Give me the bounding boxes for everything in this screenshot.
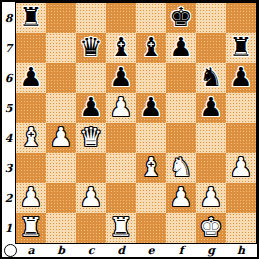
piece-white-pawn-g2: ♟ [196,183,226,213]
square-c7[interactable]: ♛ [76,33,106,63]
file-label-c: c [76,244,106,257]
piece-white-pawn-c2: ♟ [76,183,106,213]
white-to-move-indicator [4,244,17,257]
square-f6[interactable] [166,63,196,93]
rank-labels: 87654321 [2,3,15,243]
square-g3[interactable] [196,153,226,183]
piece-black-queen-c7: ♛ [76,33,106,63]
square-c8[interactable] [76,3,106,33]
file-label-b: b [46,244,76,257]
piece-white-knight-f3: ♞ [166,153,196,183]
square-d8[interactable] [106,3,136,33]
square-f2[interactable]: ♟ [166,183,196,213]
rank-label-4: 4 [2,123,15,153]
square-g8[interactable] [196,3,226,33]
square-d6[interactable]: ♟ [106,63,136,93]
square-f4[interactable] [166,123,196,153]
square-h3[interactable]: ♟ [226,153,256,183]
square-c4[interactable]: ♛ [76,123,106,153]
square-f3[interactable]: ♞ [166,153,196,183]
piece-black-pawn-h6: ♟ [226,63,256,93]
piece-black-rook-h7: ♜ [226,33,256,63]
square-e1[interactable] [136,213,166,243]
square-b4[interactable]: ♟ [46,123,76,153]
square-h1[interactable] [226,213,256,243]
file-label-a: a [16,244,46,257]
square-b1[interactable] [46,213,76,243]
square-a1[interactable]: ♜ [16,213,46,243]
rank-label-7: 7 [2,33,15,63]
square-b6[interactable] [46,63,76,93]
rank-label-5: 5 [2,93,15,123]
file-label-f: f [166,244,196,257]
square-d7[interactable]: ♝ [106,33,136,63]
piece-black-pawn-e5: ♟ [136,93,166,123]
square-g4[interactable] [196,123,226,153]
square-e7[interactable]: ♝ [136,33,166,63]
piece-white-pawn-d5: ♟ [106,93,136,123]
piece-black-bishop-e7: ♝ [136,33,166,63]
piece-white-rook-d1: ♜ [106,213,136,243]
square-g7[interactable] [196,33,226,63]
square-c1[interactable] [76,213,106,243]
piece-black-pawn-g5: ♟ [196,93,226,123]
square-d4[interactable] [106,123,136,153]
piece-white-bishop-a4: ♝ [16,123,46,153]
piece-white-pawn-b4: ♟ [46,123,76,153]
square-f5[interactable] [166,93,196,123]
piece-black-pawn-a6: ♟ [16,63,46,93]
square-a2[interactable]: ♟ [16,183,46,213]
square-a5[interactable] [16,93,46,123]
square-d5[interactable]: ♟ [106,93,136,123]
square-e4[interactable] [136,123,166,153]
square-c6[interactable] [76,63,106,93]
square-h4[interactable] [226,123,256,153]
square-c3[interactable] [76,153,106,183]
square-h6[interactable]: ♟ [226,63,256,93]
square-b2[interactable] [46,183,76,213]
piece-white-rook-a1: ♜ [16,213,46,243]
square-h7[interactable]: ♜ [226,33,256,63]
square-g5[interactable]: ♟ [196,93,226,123]
rank-label-2: 2 [2,183,15,213]
square-a6[interactable]: ♟ [16,63,46,93]
piece-white-queen-c4: ♛ [76,123,106,153]
square-a3[interactable] [16,153,46,183]
chess-board: ♜♚♛♝♝♟♜♟♟♞♟♟♟♟♟♝♟♛♝♞♟♟♟♟♟♜♜♚ [15,2,257,244]
file-label-h: h [226,244,256,257]
square-g2[interactable]: ♟ [196,183,226,213]
square-e2[interactable] [136,183,166,213]
square-h8[interactable] [226,3,256,33]
square-e5[interactable]: ♟ [136,93,166,123]
piece-white-pawn-a2: ♟ [16,183,46,213]
chess-diagram: 87654321 ♜♚♛♝♝♟♜♟♟♞♟♟♟♟♟♝♟♛♝♞♟♟♟♟♟♜♜♚ ab… [0,0,259,259]
square-b3[interactable] [46,153,76,183]
square-a4[interactable]: ♝ [16,123,46,153]
square-e6[interactable] [136,63,166,93]
piece-black-pawn-d6: ♟ [106,63,136,93]
piece-black-knight-g6: ♞ [196,63,226,93]
square-d3[interactable] [106,153,136,183]
square-b5[interactable] [46,93,76,123]
piece-white-bishop-e3: ♝ [136,153,166,183]
file-labels: abcdefgh [16,244,256,257]
square-d1[interactable]: ♜ [106,213,136,243]
square-b7[interactable] [46,33,76,63]
rank-label-3: 3 [2,153,15,183]
square-b8[interactable] [46,3,76,33]
square-e8[interactable] [136,3,166,33]
piece-black-king-f8: ♚ [166,3,196,33]
rank-label-1: 1 [2,213,15,243]
square-g1[interactable]: ♚ [196,213,226,243]
file-label-d: d [106,244,136,257]
piece-white-pawn-h3: ♟ [226,153,256,183]
square-d2[interactable] [106,183,136,213]
rank-label-6: 6 [2,63,15,93]
square-a7[interactable] [16,33,46,63]
square-f1[interactable] [166,213,196,243]
square-g6[interactable]: ♞ [196,63,226,93]
file-label-e: e [136,244,166,257]
piece-black-pawn-c5: ♟ [76,93,106,123]
square-c5[interactable]: ♟ [76,93,106,123]
rank-label-8: 8 [2,3,15,33]
piece-white-king-g1: ♚ [196,213,226,243]
piece-black-pawn-f7: ♟ [166,33,196,63]
square-h2[interactable] [226,183,256,213]
square-c2[interactable]: ♟ [76,183,106,213]
square-h5[interactable] [226,93,256,123]
piece-black-rook-a8: ♜ [16,3,46,33]
square-f7[interactable]: ♟ [166,33,196,63]
piece-black-bishop-d7: ♝ [106,33,136,63]
square-a8[interactable]: ♜ [16,3,46,33]
square-e3[interactable]: ♝ [136,153,166,183]
square-f8[interactable]: ♚ [166,3,196,33]
file-label-g: g [196,244,226,257]
piece-white-pawn-f2: ♟ [166,183,196,213]
